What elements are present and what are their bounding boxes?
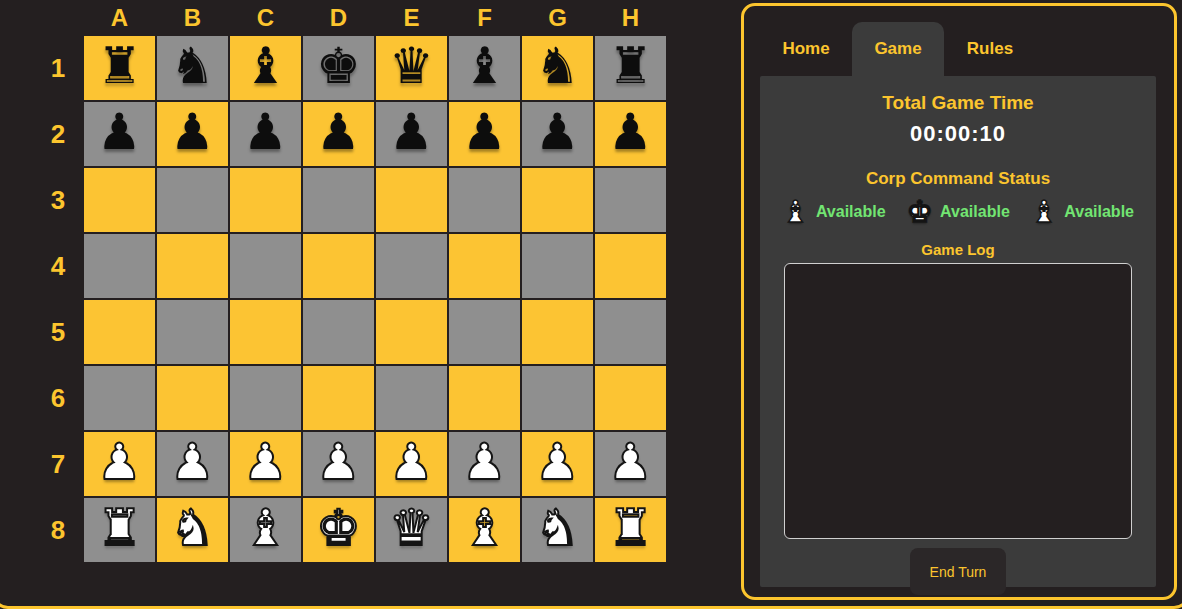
white-rook-piece: ♜ xyxy=(97,503,142,553)
game-log-box[interactable] xyxy=(784,263,1132,539)
square-g7[interactable]: ♟ xyxy=(522,432,593,496)
col-label-c: C xyxy=(230,2,301,34)
square-a6[interactable] xyxy=(84,366,155,430)
white-king-piece: ♚ xyxy=(316,503,361,553)
corp-status-text: Available xyxy=(940,203,1010,221)
square-e3[interactable] xyxy=(376,168,447,232)
square-c2[interactable]: ♟ xyxy=(230,102,301,166)
black-rook-piece: ♜ xyxy=(608,41,653,91)
row-label-2: 2 xyxy=(36,102,80,166)
tab-game[interactable]: Game xyxy=(852,22,944,76)
black-bishop-piece: ♝ xyxy=(462,41,507,91)
square-c1[interactable]: ♝ xyxy=(230,36,301,100)
square-b5[interactable] xyxy=(157,300,228,364)
square-h1[interactable]: ♜ xyxy=(595,36,666,100)
white-pawn-piece: ♟ xyxy=(608,437,653,487)
square-a5[interactable] xyxy=(84,300,155,364)
square-b4[interactable] xyxy=(157,234,228,298)
square-b1[interactable]: ♞ xyxy=(157,36,228,100)
column-labels: ABCDEFGH xyxy=(84,2,666,34)
black-pawn-piece: ♟ xyxy=(243,107,288,157)
square-d5[interactable] xyxy=(303,300,374,364)
square-e5[interactable] xyxy=(376,300,447,364)
square-b2[interactable]: ♟ xyxy=(157,102,228,166)
total-game-time-value: 00:00:10 xyxy=(760,121,1156,147)
tab-home[interactable]: Home xyxy=(760,22,852,76)
square-d7[interactable]: ♟ xyxy=(303,432,374,496)
col-label-f: F xyxy=(449,2,520,34)
square-b6[interactable] xyxy=(157,366,228,430)
white-pawn-piece: ♟ xyxy=(170,437,215,487)
square-f7[interactable]: ♟ xyxy=(449,432,520,496)
black-king-piece: ♚ xyxy=(316,41,361,91)
square-a7[interactable]: ♟ xyxy=(84,432,155,496)
square-f8[interactable]: ♝ xyxy=(449,498,520,562)
col-label-d: D xyxy=(303,2,374,34)
square-g3[interactable] xyxy=(522,168,593,232)
game-log-label: Game Log xyxy=(760,241,1156,258)
white-bishop-piece: ♝ xyxy=(243,503,288,553)
total-game-time-label: Total Game Time xyxy=(760,92,1156,114)
square-h7[interactable]: ♟ xyxy=(595,432,666,496)
row-label-8: 8 xyxy=(36,498,80,562)
square-g2[interactable]: ♟ xyxy=(522,102,593,166)
square-e7[interactable]: ♟ xyxy=(376,432,447,496)
row-label-5: 5 xyxy=(36,300,80,364)
white-pawn-piece: ♟ xyxy=(535,437,580,487)
white-pawn-piece: ♟ xyxy=(462,437,507,487)
square-b3[interactable] xyxy=(157,168,228,232)
square-d8[interactable]: ♚ xyxy=(303,498,374,562)
black-pawn-piece: ♟ xyxy=(97,107,142,157)
square-e4[interactable] xyxy=(376,234,447,298)
row-label-3: 3 xyxy=(36,168,80,232)
square-h8[interactable]: ♜ xyxy=(595,498,666,562)
square-c4[interactable] xyxy=(230,234,301,298)
row-label-7: 7 xyxy=(36,432,80,496)
square-d3[interactable] xyxy=(303,168,374,232)
black-bishop-piece: ♝ xyxy=(243,41,288,91)
black-knight-piece: ♞ xyxy=(170,41,215,91)
square-f5[interactable] xyxy=(449,300,520,364)
square-d2[interactable]: ♟ xyxy=(303,102,374,166)
corp-command-status-label: Corp Command Status xyxy=(760,169,1156,189)
black-pawn-piece: ♟ xyxy=(389,107,434,157)
black-pawn-piece: ♟ xyxy=(535,107,580,157)
square-f1[interactable]: ♝ xyxy=(449,36,520,100)
square-e2[interactable]: ♟ xyxy=(376,102,447,166)
square-b8[interactable]: ♞ xyxy=(157,498,228,562)
white-king-icon: ♚ xyxy=(906,197,933,227)
square-e6[interactable] xyxy=(376,366,447,430)
square-g5[interactable] xyxy=(522,300,593,364)
square-b7[interactable]: ♟ xyxy=(157,432,228,496)
square-h5[interactable] xyxy=(595,300,666,364)
white-pawn-piece: ♟ xyxy=(316,437,361,487)
square-e8[interactable]: ♛ xyxy=(376,498,447,562)
square-c7[interactable]: ♟ xyxy=(230,432,301,496)
square-h2[interactable]: ♟ xyxy=(595,102,666,166)
tab-rules[interactable]: Rules xyxy=(944,22,1036,76)
black-pawn-piece: ♟ xyxy=(316,107,361,157)
square-c5[interactable] xyxy=(230,300,301,364)
black-knight-piece: ♞ xyxy=(535,41,580,91)
white-bishop-piece: ♝ xyxy=(462,503,507,553)
square-d6[interactable] xyxy=(303,366,374,430)
black-rook-piece: ♜ xyxy=(97,41,142,91)
row-label-1: 1 xyxy=(36,36,80,100)
end-turn-button[interactable]: End Turn xyxy=(910,548,1006,595)
corp-command-status-row: ♝Available♚Available♝Available xyxy=(760,197,1156,227)
square-g6[interactable] xyxy=(522,366,593,430)
black-queen-piece: ♛ xyxy=(389,41,434,91)
row-label-4: 4 xyxy=(36,234,80,298)
black-pawn-piece: ♟ xyxy=(170,107,215,157)
col-label-e: E xyxy=(376,2,447,34)
white-knight-piece: ♞ xyxy=(170,503,215,553)
corp-status-text: Available xyxy=(1064,203,1134,221)
corp-status-text: Available xyxy=(816,203,886,221)
square-f6[interactable] xyxy=(449,366,520,430)
square-e1[interactable]: ♛ xyxy=(376,36,447,100)
square-a2[interactable]: ♟ xyxy=(84,102,155,166)
square-c3[interactable] xyxy=(230,168,301,232)
square-d1[interactable]: ♚ xyxy=(303,36,374,100)
tab-bar: HomeGameRules xyxy=(760,22,1036,76)
white-bishop-icon: ♝ xyxy=(782,197,809,227)
white-knight-piece: ♞ xyxy=(535,503,580,553)
col-label-b: B xyxy=(157,2,228,34)
corp-status-item: ♝Available xyxy=(1030,197,1134,227)
chess-board: ♜♞♝♚♛♝♞♜♟♟♟♟♟♟♟♟♟♟♟♟♟♟♟♟♜♞♝♚♛♝♞♜ xyxy=(84,36,666,562)
square-a3[interactable] xyxy=(84,168,155,232)
row-label-6: 6 xyxy=(36,366,80,430)
square-d4[interactable] xyxy=(303,234,374,298)
corp-status-item: ♝Available xyxy=(782,197,886,227)
square-g1[interactable]: ♞ xyxy=(522,36,593,100)
square-h4[interactable] xyxy=(595,234,666,298)
white-pawn-piece: ♟ xyxy=(243,437,288,487)
square-h3[interactable] xyxy=(595,168,666,232)
square-c8[interactable]: ♝ xyxy=(230,498,301,562)
corp-status-item: ♚Available xyxy=(906,197,1010,227)
square-a4[interactable] xyxy=(84,234,155,298)
square-g4[interactable] xyxy=(522,234,593,298)
square-a1[interactable]: ♜ xyxy=(84,36,155,100)
square-g8[interactable]: ♞ xyxy=(522,498,593,562)
square-c6[interactable] xyxy=(230,366,301,430)
square-f2[interactable]: ♟ xyxy=(449,102,520,166)
col-label-h: H xyxy=(595,2,666,34)
row-labels: 12345678 xyxy=(36,36,80,562)
white-rook-piece: ♜ xyxy=(608,503,653,553)
black-pawn-piece: ♟ xyxy=(462,107,507,157)
white-queen-piece: ♛ xyxy=(389,503,434,553)
square-f4[interactable] xyxy=(449,234,520,298)
square-h6[interactable] xyxy=(595,366,666,430)
square-a8[interactable]: ♜ xyxy=(84,498,155,562)
square-f3[interactable] xyxy=(449,168,520,232)
black-pawn-piece: ♟ xyxy=(608,107,653,157)
col-label-a: A xyxy=(84,2,155,34)
col-label-g: G xyxy=(522,2,593,34)
white-pawn-piece: ♟ xyxy=(97,437,142,487)
game-panel: HomeGameRules Total Game Time 00:00:10 C… xyxy=(741,3,1177,600)
game-tab-content: Total Game Time 00:00:10 Corp Command St… xyxy=(760,76,1156,587)
white-pawn-piece: ♟ xyxy=(389,437,434,487)
white-bishop-icon: ♝ xyxy=(1030,197,1057,227)
